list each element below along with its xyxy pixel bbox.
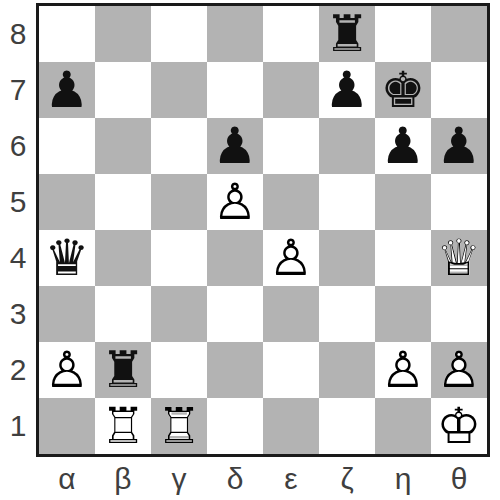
piece-outline-layer: ♖ — [151, 398, 207, 454]
square-d2[interactable] — [207, 342, 263, 398]
square-h4[interactable]: ♛♕ — [431, 230, 487, 286]
square-d6[interactable]: ♟ — [207, 118, 263, 174]
chess-diagram-page: 87654321 ♜♟♟♚♟♟♟♟♙♛♟♙♛♕♟♙♜♟♙♟♙♜♖♜♖♚♔ αβγ… — [0, 0, 500, 500]
piece-outline-layer: ♙ — [375, 342, 431, 398]
piece-outline-layer: ♕ — [431, 230, 487, 286]
rank-label-6: 6 — [0, 118, 36, 174]
piece-white-pawn[interactable]: ♟♙ — [431, 342, 487, 398]
square-c7[interactable] — [151, 62, 207, 118]
square-f7[interactable]: ♟ — [319, 62, 375, 118]
square-h5[interactable] — [431, 174, 487, 230]
square-a7[interactable]: ♟ — [39, 62, 95, 118]
piece-white-pawn[interactable]: ♟♙ — [263, 230, 319, 286]
square-a8[interactable] — [39, 6, 95, 62]
square-g5[interactable] — [375, 174, 431, 230]
square-b6[interactable] — [95, 118, 151, 174]
square-e7[interactable] — [263, 62, 319, 118]
square-g7[interactable]: ♚ — [375, 62, 431, 118]
square-e2[interactable] — [263, 342, 319, 398]
piece-glyph: ♚ — [375, 62, 431, 118]
rank-label-8: 8 — [0, 6, 36, 62]
square-d3[interactable] — [207, 286, 263, 342]
square-b8[interactable] — [95, 6, 151, 62]
square-b7[interactable] — [95, 62, 151, 118]
file-label-theta: θ — [431, 459, 487, 499]
square-c4[interactable] — [151, 230, 207, 286]
rank-label-1: 1 — [0, 398, 36, 454]
square-e4[interactable]: ♟♙ — [263, 230, 319, 286]
piece-outline-layer: ♙ — [263, 230, 319, 286]
chess-board: ♜♟♟♚♟♟♟♟♙♛♟♙♛♕♟♙♜♟♙♟♙♜♖♜♖♚♔ — [36, 3, 490, 457]
square-g2[interactable]: ♟♙ — [375, 342, 431, 398]
piece-glyph: ♟ — [319, 62, 375, 118]
piece-outline-layer: ♖ — [95, 398, 151, 454]
square-g6[interactable]: ♟ — [375, 118, 431, 174]
piece-black-rook[interactable]: ♜ — [319, 6, 375, 62]
square-b5[interactable] — [95, 174, 151, 230]
square-c3[interactable] — [151, 286, 207, 342]
square-c5[interactable] — [151, 174, 207, 230]
square-b4[interactable] — [95, 230, 151, 286]
square-h2[interactable]: ♟♙ — [431, 342, 487, 398]
square-h6[interactable]: ♟ — [431, 118, 487, 174]
piece-outline-layer: ♙ — [431, 342, 487, 398]
piece-black-king[interactable]: ♚ — [375, 62, 431, 118]
square-a6[interactable] — [39, 118, 95, 174]
square-d8[interactable] — [207, 6, 263, 62]
square-c6[interactable] — [151, 118, 207, 174]
piece-white-pawn[interactable]: ♟♙ — [39, 342, 95, 398]
square-d1[interactable] — [207, 398, 263, 454]
rank-label-3: 3 — [0, 286, 36, 342]
piece-white-pawn[interactable]: ♟♙ — [375, 342, 431, 398]
square-e1[interactable] — [263, 398, 319, 454]
square-f8[interactable]: ♜ — [319, 6, 375, 62]
square-h1[interactable]: ♚♔ — [431, 398, 487, 454]
piece-glyph: ♟ — [207, 118, 263, 174]
square-f4[interactable] — [319, 230, 375, 286]
piece-outline-layer: ♙ — [207, 174, 263, 230]
square-e8[interactable] — [263, 6, 319, 62]
rank-label-7: 7 — [0, 62, 36, 118]
square-e5[interactable] — [263, 174, 319, 230]
square-d5[interactable]: ♟♙ — [207, 174, 263, 230]
square-c8[interactable] — [151, 6, 207, 62]
piece-black-pawn[interactable]: ♟ — [431, 118, 487, 174]
square-f1[interactable] — [319, 398, 375, 454]
square-b1[interactable]: ♜♖ — [95, 398, 151, 454]
piece-black-rook[interactable]: ♜ — [95, 342, 151, 398]
piece-white-rook[interactable]: ♜♖ — [95, 398, 151, 454]
rank-label-5: 5 — [0, 174, 36, 230]
file-label-epsilon: ε — [263, 459, 319, 499]
square-c1[interactable]: ♜♖ — [151, 398, 207, 454]
square-f6[interactable] — [319, 118, 375, 174]
square-a5[interactable] — [39, 174, 95, 230]
square-a4[interactable]: ♛ — [39, 230, 95, 286]
square-f5[interactable] — [319, 174, 375, 230]
square-g3[interactable] — [375, 286, 431, 342]
piece-white-queen[interactable]: ♛♕ — [431, 230, 487, 286]
piece-glyph: ♟ — [431, 118, 487, 174]
square-e6[interactable] — [263, 118, 319, 174]
rank-labels: 87654321 — [0, 6, 36, 454]
piece-black-pawn[interactable]: ♟ — [207, 118, 263, 174]
file-label-zeta: ζ — [319, 459, 375, 499]
piece-glyph: ♜ — [95, 342, 151, 398]
piece-glyph: ♟ — [39, 62, 95, 118]
piece-black-queen[interactable]: ♛ — [39, 230, 95, 286]
square-a2[interactable]: ♟♙ — [39, 342, 95, 398]
square-g4[interactable] — [375, 230, 431, 286]
rank-label-4: 4 — [0, 230, 36, 286]
square-g1[interactable] — [375, 398, 431, 454]
square-e3[interactable] — [263, 286, 319, 342]
rank-label-2: 2 — [0, 342, 36, 398]
square-f3[interactable] — [319, 286, 375, 342]
file-label-delta: δ — [207, 459, 263, 499]
piece-outline-layer: ♙ — [39, 342, 95, 398]
file-label-alpha: α — [39, 459, 95, 499]
piece-white-rook[interactable]: ♜♖ — [151, 398, 207, 454]
square-a3[interactable] — [39, 286, 95, 342]
piece-glyph: ♛ — [39, 230, 95, 286]
piece-outline-layer: ♔ — [431, 398, 487, 454]
square-c2[interactable] — [151, 342, 207, 398]
piece-black-pawn[interactable]: ♟ — [375, 118, 431, 174]
square-h3[interactable] — [431, 286, 487, 342]
file-label-gamma: γ — [151, 459, 207, 499]
square-a1[interactable] — [39, 398, 95, 454]
square-d4[interactable] — [207, 230, 263, 286]
square-b2[interactable]: ♜ — [95, 342, 151, 398]
piece-black-pawn[interactable]: ♟ — [319, 62, 375, 118]
file-label-beta: β — [95, 459, 151, 499]
square-h8[interactable] — [431, 6, 487, 62]
piece-white-pawn[interactable]: ♟♙ — [207, 174, 263, 230]
square-f2[interactable] — [319, 342, 375, 398]
square-h7[interactable] — [431, 62, 487, 118]
square-d7[interactable] — [207, 62, 263, 118]
piece-black-pawn[interactable]: ♟ — [39, 62, 95, 118]
piece-glyph: ♟ — [375, 118, 431, 174]
file-labels: αβγδεζηθ — [39, 459, 487, 499]
file-label-eta: η — [375, 459, 431, 499]
square-g8[interactable] — [375, 6, 431, 62]
piece-white-king[interactable]: ♚♔ — [431, 398, 487, 454]
square-b3[interactable] — [95, 286, 151, 342]
piece-glyph: ♜ — [319, 6, 375, 62]
